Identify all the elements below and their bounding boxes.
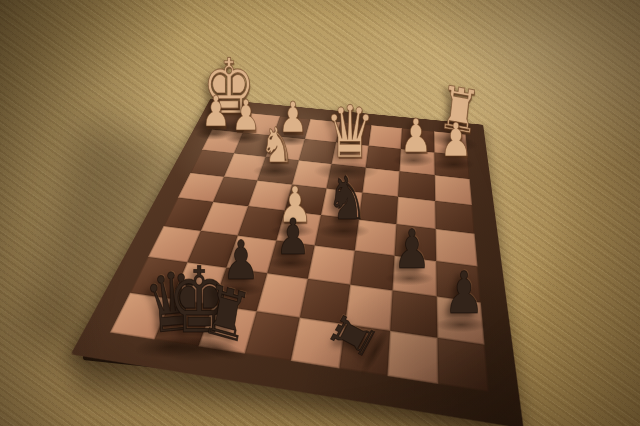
piece-white-pawn-g2[interactable]: ♟ bbox=[400, 112, 432, 159]
piece-white-queen-e3[interactable]: ♛ bbox=[325, 97, 375, 169]
piece-black-pawn-h7[interactable]: ♟ bbox=[444, 264, 484, 322]
piece-black-knight-e5[interactable]: ♞ bbox=[326, 170, 367, 229]
piece-black-rook-f8[interactable]: ♜ bbox=[322, 306, 385, 366]
piece-black-pawn-g6[interactable]: ♟ bbox=[393, 222, 431, 276]
piece-black-rook-c8[interactable]: ♜ bbox=[198, 275, 255, 354]
piece-white-pawn-a2[interactable]: ♟ bbox=[201, 90, 230, 132]
pieces-layer: ♚♟♟♟♜♟♟♛♞♞♟♟♟♟♟♛♚♜♜ bbox=[0, 0, 640, 426]
piece-white-pawn-h2[interactable]: ♟ bbox=[440, 116, 472, 163]
piece-white-pawn-b2[interactable]: ♟ bbox=[231, 94, 260, 136]
piece-black-pawn-d6[interactable]: ♟ bbox=[276, 211, 311, 261]
piece-white-knight-c3[interactable]: ♞ bbox=[260, 120, 294, 169]
